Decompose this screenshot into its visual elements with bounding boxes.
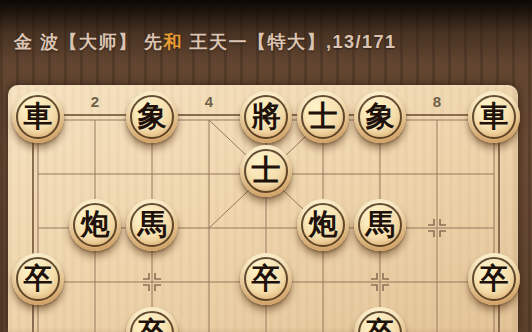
piece-車-file9-row0[interactable]: 車	[468, 91, 520, 143]
piece-glyph: 將	[240, 91, 292, 143]
piece-glyph: 卒	[354, 307, 406, 332]
xiangqi-app-screen: 248 車象將士象車士炮馬炮馬卒卒卒卒卒 金 波【大师】 先和 王天一【特大】,…	[0, 0, 532, 332]
piece-glyph: 卒	[240, 253, 292, 305]
piece-馬-file7-row2[interactable]: 馬	[354, 199, 406, 251]
black-player-title-and-move-count: 王天一【特大】,13/171	[183, 32, 397, 52]
piece-卒-file5-row3[interactable]: 卒	[240, 253, 292, 305]
piece-glyph: 炮	[69, 199, 121, 251]
piece-士-file5-row1[interactable]: 士	[240, 145, 292, 197]
piece-炮-file6-row2[interactable]: 炮	[297, 199, 349, 251]
piece-象-file3-row0[interactable]: 象	[126, 91, 178, 143]
piece-炮-file2-row2[interactable]: 炮	[69, 199, 121, 251]
piece-馬-file3-row2[interactable]: 馬	[126, 199, 178, 251]
piece-glyph: 士	[297, 91, 349, 143]
piece-glyph: 馬	[354, 199, 406, 251]
piece-車-file1-row0[interactable]: 車	[12, 91, 64, 143]
piece-glyph: 象	[126, 91, 178, 143]
piece-glyph: 象	[354, 91, 406, 143]
piece-象-file7-row0[interactable]: 象	[354, 91, 406, 143]
piece-glyph: 炮	[297, 199, 349, 251]
result-draw-label: 和	[164, 32, 184, 52]
piece-glyph: 卒	[12, 253, 64, 305]
piece-glyph: 卒	[126, 307, 178, 332]
piece-glyph: 車	[12, 91, 64, 143]
piece-glyph: 士	[240, 145, 292, 197]
piece-卒-file7-row4[interactable]: 卒	[354, 307, 406, 332]
game-info-bar: 金 波【大师】 先和 王天一【特大】,13/171	[14, 30, 397, 54]
piece-glyph: 卒	[468, 253, 520, 305]
file-label-4: 4	[205, 93, 213, 110]
piece-士-file6-row0[interactable]: 士	[297, 91, 349, 143]
piece-卒-file9-row3[interactable]: 卒	[468, 253, 520, 305]
file-label-8: 8	[433, 93, 441, 110]
piece-卒-file3-row4[interactable]: 卒	[126, 307, 178, 332]
piece-卒-file1-row3[interactable]: 卒	[12, 253, 64, 305]
piece-將-file5-row0[interactable]: 將	[240, 91, 292, 143]
file-label-2: 2	[91, 93, 99, 110]
red-player-and-title: 金 波【大师】 先	[14, 32, 164, 52]
piece-glyph: 車	[468, 91, 520, 143]
piece-glyph: 馬	[126, 199, 178, 251]
